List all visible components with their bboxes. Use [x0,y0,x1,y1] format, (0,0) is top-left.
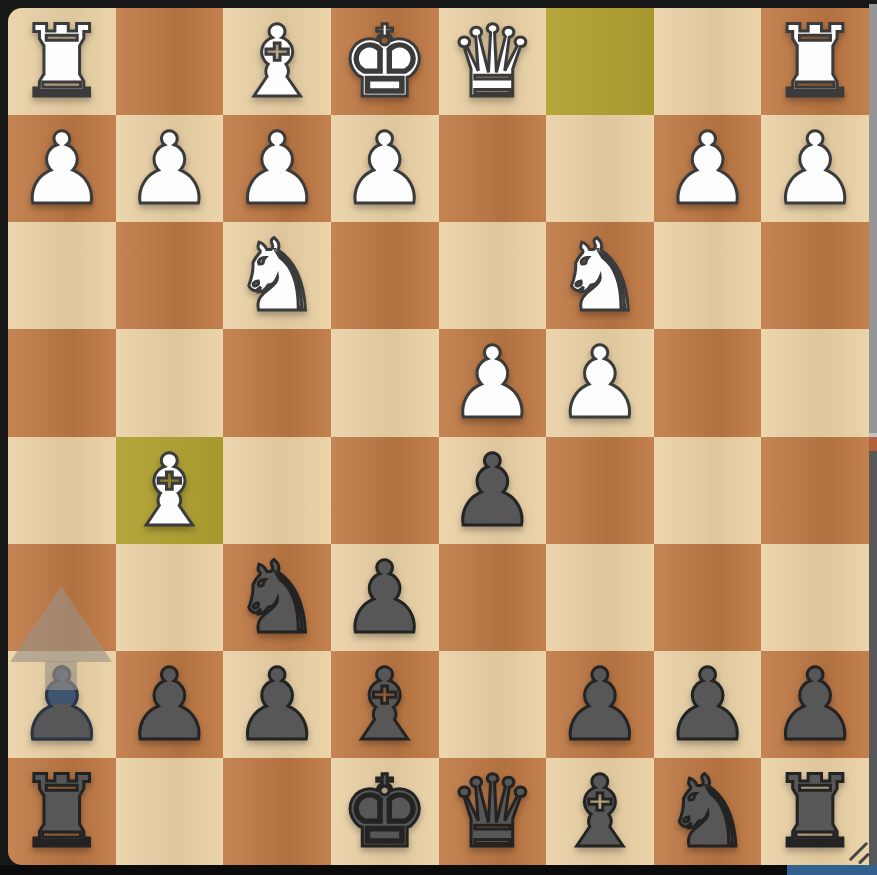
white-queen[interactable]: ♛ [448,12,537,111]
square-e5[interactable] [331,437,439,544]
white-bishop[interactable]: ♝ [125,441,214,540]
square-g5[interactable]: ♝ [116,437,224,544]
white-pawn[interactable]: ♟ [233,119,322,218]
black-bishop[interactable]: ♝ [556,762,645,861]
square-d6[interactable] [439,544,547,651]
black-queen[interactable]: ♛ [448,762,537,861]
square-d1[interactable]: ♛ [439,8,547,115]
bottom-bar [0,865,877,875]
square-d2[interactable] [439,115,547,222]
white-pawn[interactable]: ♟ [125,119,214,218]
white-pawn[interactable]: ♟ [340,119,429,218]
white-pawn[interactable]: ♟ [448,333,537,432]
square-a6[interactable] [761,544,869,651]
square-c8[interactable]: ♝ [546,758,654,865]
square-b4[interactable] [654,329,762,436]
square-a1[interactable]: ♜ [761,8,869,115]
square-e3[interactable] [331,222,439,329]
square-b8[interactable]: ♞ [654,758,762,865]
black-pawn[interactable]: ♟ [556,655,645,754]
square-e6[interactable]: ♟ [331,544,439,651]
square-e7[interactable]: ♝ [331,651,439,758]
square-g6[interactable] [116,544,224,651]
resize-line [858,852,870,864]
square-f7[interactable]: ♟ [223,651,331,758]
square-h6[interactable] [8,544,116,651]
black-knight[interactable]: ♞ [233,548,322,647]
scrollbar-marker [869,437,877,451]
white-rook[interactable]: ♜ [17,12,106,111]
white-pawn[interactable]: ♟ [663,119,752,218]
square-f6[interactable]: ♞ [223,544,331,651]
white-king[interactable]: ♚ [340,12,429,111]
black-pawn[interactable]: ♟ [771,655,860,754]
square-c4[interactable]: ♟ [546,329,654,436]
square-h8[interactable]: ♜ [8,758,116,865]
square-c7[interactable]: ♟ [546,651,654,758]
square-c5[interactable] [546,437,654,544]
square-b3[interactable] [654,222,762,329]
white-pawn[interactable]: ♟ [771,119,860,218]
square-d4[interactable]: ♟ [439,329,547,436]
square-g8[interactable] [116,758,224,865]
white-pawn[interactable]: ♟ [556,333,645,432]
square-b1[interactable] [654,8,762,115]
black-pawn[interactable]: ♟ [17,655,106,754]
square-h3[interactable] [8,222,116,329]
square-g3[interactable] [116,222,224,329]
square-f3[interactable]: ♞ [223,222,331,329]
square-d5[interactable]: ♟ [439,437,547,544]
square-e4[interactable] [331,329,439,436]
square-e1[interactable]: ♚ [331,8,439,115]
square-c3[interactable]: ♞ [546,222,654,329]
square-f5[interactable] [223,437,331,544]
black-pawn[interactable]: ♟ [233,655,322,754]
black-knight[interactable]: ♞ [663,762,752,861]
white-rook[interactable]: ♜ [771,12,860,111]
square-a2[interactable]: ♟ [761,115,869,222]
square-h7[interactable]: ♟ [8,651,116,758]
square-h4[interactable] [8,329,116,436]
square-c2[interactable] [546,115,654,222]
square-e2[interactable]: ♟ [331,115,439,222]
black-pawn[interactable]: ♟ [340,548,429,647]
square-b6[interactable] [654,544,762,651]
black-pawn[interactable]: ♟ [663,655,752,754]
square-g2[interactable]: ♟ [116,115,224,222]
resize-handle-icon[interactable] [845,838,875,866]
square-e8[interactable]: ♚ [331,758,439,865]
black-king[interactable]: ♚ [340,762,429,861]
square-h2[interactable]: ♟ [8,115,116,222]
bottom-bar-accent [787,865,877,875]
square-f2[interactable]: ♟ [223,115,331,222]
square-b2[interactable]: ♟ [654,115,762,222]
square-g4[interactable] [116,329,224,436]
square-h1[interactable]: ♜ [8,8,116,115]
white-knight[interactable]: ♞ [233,226,322,325]
square-d7[interactable] [439,651,547,758]
chess-board[interactable]: ♜♝♚♛♜♟♟♟♟♟♟♞♞♟♟♝♟♞♟♟♟♟♝♟♟♟♜♚♛♝♞♜ [8,8,869,865]
square-b7[interactable]: ♟ [654,651,762,758]
square-g1[interactable] [116,8,224,115]
square-a4[interactable] [761,329,869,436]
white-pawn[interactable]: ♟ [17,119,106,218]
square-c1[interactable] [546,8,654,115]
scrollbar-thumb[interactable] [869,4,877,433]
square-d8[interactable]: ♛ [439,758,547,865]
square-a3[interactable] [761,222,869,329]
black-pawn[interactable]: ♟ [125,655,214,754]
square-f4[interactable] [223,329,331,436]
app-window: ♜♝♚♛♜♟♟♟♟♟♟♞♞♟♟♝♟♞♟♟♟♟♝♟♟♟♜♚♛♝♞♜ [0,0,877,875]
square-f8[interactable] [223,758,331,865]
square-f1[interactable]: ♝ [223,8,331,115]
square-c6[interactable] [546,544,654,651]
square-h5[interactable] [8,437,116,544]
black-pawn[interactable]: ♟ [448,441,537,540]
black-rook[interactable]: ♜ [17,762,106,861]
square-a5[interactable] [761,437,869,544]
square-a7[interactable]: ♟ [761,651,869,758]
right-scrollbar[interactable] [869,4,877,875]
square-g7[interactable]: ♟ [116,651,224,758]
black-bishop[interactable]: ♝ [340,655,429,754]
square-d3[interactable] [439,222,547,329]
white-bishop[interactable]: ♝ [233,12,322,111]
square-b5[interactable] [654,437,762,544]
white-knight[interactable]: ♞ [556,226,645,325]
